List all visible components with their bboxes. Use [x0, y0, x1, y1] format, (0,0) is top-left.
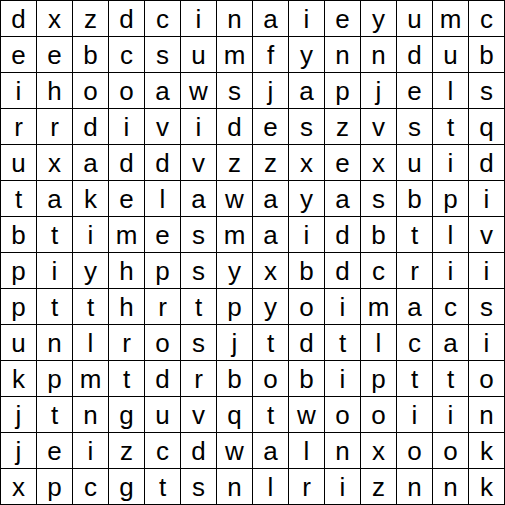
- grid-cell-r9c2[interactable]: t: [37, 289, 72, 324]
- grid-cell-r6c6[interactable]: a: [181, 181, 216, 216]
- grid-cell-r4c8[interactable]: e: [253, 109, 288, 144]
- grid-cell-r3c8[interactable]: j: [253, 73, 288, 108]
- grid-cell-r4c7[interactable]: d: [217, 109, 252, 144]
- grid-cell-r12c12[interactable]: i: [397, 397, 432, 432]
- grid-cell-r5c6[interactable]: v: [181, 145, 216, 180]
- grid-cell-r9c8[interactable]: y: [253, 289, 288, 324]
- grid-cell-r6c4[interactable]: e: [109, 181, 144, 216]
- grid-cell-r13c3[interactable]: i: [73, 433, 108, 468]
- grid-cell-r10c5[interactable]: o: [145, 325, 180, 360]
- grid-cell-r6c10[interactable]: a: [325, 181, 360, 216]
- grid-cell-r7c9[interactable]: i: [289, 217, 324, 252]
- grid-cell-r11c8[interactable]: o: [253, 361, 288, 396]
- grid-cell-r12c5[interactable]: u: [145, 397, 180, 432]
- grid-cell-r12c11[interactable]: o: [361, 397, 396, 432]
- grid-cell-r7c4[interactable]: m: [109, 217, 144, 252]
- grid-cell-r13c11[interactable]: x: [361, 433, 396, 468]
- grid-cell-r3c1[interactable]: i: [1, 73, 36, 108]
- grid-cell-r6c5[interactable]: l: [145, 181, 180, 216]
- grid-cell-r8c4[interactable]: h: [109, 253, 144, 288]
- grid-cell-r12c6[interactable]: v: [181, 397, 216, 432]
- grid-cell-r14c6[interactable]: s: [181, 469, 216, 504]
- grid-cell-r8c10[interactable]: d: [325, 253, 360, 288]
- grid-cell-r2c5[interactable]: s: [145, 37, 180, 72]
- grid-cell-r13c6[interactable]: d: [181, 433, 216, 468]
- grid-cell-r12c14[interactable]: n: [469, 397, 504, 432]
- grid-cell-r3c2[interactable]: h: [37, 73, 72, 108]
- grid-cell-r3c11[interactable]: j: [361, 73, 396, 108]
- grid-cell-r14c12[interactable]: n: [397, 469, 432, 504]
- grid-cell-r6c3[interactable]: k: [73, 181, 108, 216]
- grid-cell-r2c3[interactable]: b: [73, 37, 108, 72]
- grid-cell-r10c13[interactable]: a: [433, 325, 468, 360]
- grid-cell-r10c9[interactable]: d: [289, 325, 324, 360]
- grid-cell-r9c11[interactable]: m: [361, 289, 396, 324]
- grid-cell-r7c3[interactable]: i: [73, 217, 108, 252]
- grid-cell-r14c5[interactable]: t: [145, 469, 180, 504]
- grid-cell-r5c7[interactable]: z: [217, 145, 252, 180]
- word-search-puzzle: dxzdcinaieyumceebcsumfynndubihooawsjapje…: [0, 0, 505, 505]
- grid-cell-r14c11[interactable]: z: [361, 469, 396, 504]
- grid-cell-r12c13[interactable]: i: [433, 397, 468, 432]
- grid-cell-r9c1[interactable]: p: [1, 289, 36, 324]
- grid-cell-r5c3[interactable]: a: [73, 145, 108, 180]
- grid-cell-r9c12[interactable]: a: [397, 289, 432, 324]
- grid-cell-r1c4[interactable]: d: [109, 1, 144, 36]
- grid-cell-r2c10[interactable]: n: [325, 37, 360, 72]
- grid-cell-r1c14[interactable]: c: [469, 1, 504, 36]
- grid-cell-r13c8[interactable]: a: [253, 433, 288, 468]
- grid-cell-r11c14[interactable]: o: [469, 361, 504, 396]
- grid-cell-r6c8[interactable]: a: [253, 181, 288, 216]
- grid-cell-r5c8[interactable]: z: [253, 145, 288, 180]
- grid-cell-r13c7[interactable]: w: [217, 433, 252, 468]
- grid-cell-r2c2[interactable]: e: [37, 37, 72, 72]
- grid-cell-r10c8[interactable]: t: [253, 325, 288, 360]
- grid-cell-r7c12[interactable]: t: [397, 217, 432, 252]
- grid-cell-r12c7[interactable]: q: [217, 397, 252, 432]
- grid-cell-r8c1[interactable]: p: [1, 253, 36, 288]
- grid-cell-r8c8[interactable]: x: [253, 253, 288, 288]
- grid-cell-r4c5[interactable]: v: [145, 109, 180, 144]
- grid-cell-r10c6[interactable]: s: [181, 325, 216, 360]
- grid-cell-r11c5[interactable]: d: [145, 361, 180, 396]
- grid-cell-r7c5[interactable]: e: [145, 217, 180, 252]
- grid-cell-r6c7[interactable]: w: [217, 181, 252, 216]
- grid-cell-r8c14[interactable]: i: [469, 253, 504, 288]
- grid-cell-r13c12[interactable]: o: [397, 433, 432, 468]
- grid-cell-r12c4[interactable]: g: [109, 397, 144, 432]
- grid-cell-r3c12[interactable]: e: [397, 73, 432, 108]
- grid-cell-r7c13[interactable]: l: [433, 217, 468, 252]
- grid-cell-r9c7[interactable]: p: [217, 289, 252, 324]
- grid-cell-r7c11[interactable]: b: [361, 217, 396, 252]
- grid-cell-r12c10[interactable]: o: [325, 397, 360, 432]
- grid-cell-r9c14[interactable]: s: [469, 289, 504, 324]
- grid-cell-r2c4[interactable]: c: [109, 37, 144, 72]
- grid-cell-r10c10[interactable]: t: [325, 325, 360, 360]
- grid-cell-r8c9[interactable]: b: [289, 253, 324, 288]
- grid-cell-r2c7[interactable]: m: [217, 37, 252, 72]
- grid-cell-r3c10[interactable]: p: [325, 73, 360, 108]
- grid-cell-r6c9[interactable]: y: [289, 181, 324, 216]
- grid-cell-r4c2[interactable]: r: [37, 109, 72, 144]
- grid-cell-r10c7[interactable]: j: [217, 325, 252, 360]
- grid-cell-r3c9[interactable]: a: [289, 73, 324, 108]
- grid-cell-r13c13[interactable]: o: [433, 433, 468, 468]
- grid-cell-r1c12[interactable]: u: [397, 1, 432, 36]
- grid-cell-r8c6[interactable]: s: [181, 253, 216, 288]
- grid-cell-r10c4[interactable]: r: [109, 325, 144, 360]
- grid-cell-r1c10[interactable]: e: [325, 1, 360, 36]
- grid-cell-r7c2[interactable]: t: [37, 217, 72, 252]
- grid-cell-r6c11[interactable]: s: [361, 181, 396, 216]
- grid-cell-r1c2[interactable]: x: [37, 1, 72, 36]
- grid-cell-r8c5[interactable]: p: [145, 253, 180, 288]
- grid-cell-r1c9[interactable]: i: [289, 1, 324, 36]
- grid-cell-r11c12[interactable]: t: [397, 361, 432, 396]
- grid-cell-r12c8[interactable]: t: [253, 397, 288, 432]
- grid-cell-r8c7[interactable]: y: [217, 253, 252, 288]
- grid-cell-r8c11[interactable]: c: [361, 253, 396, 288]
- grid-cell-r7c1[interactable]: b: [1, 217, 36, 252]
- grid-cell-r1c3[interactable]: z: [73, 1, 108, 36]
- grid-cell-r3c6[interactable]: w: [181, 73, 216, 108]
- grid-cell-r9c13[interactable]: c: [433, 289, 468, 324]
- grid-cell-r11c4[interactable]: t: [109, 361, 144, 396]
- grid-cell-r5c13[interactable]: i: [433, 145, 468, 180]
- grid-cell-r9c9[interactable]: o: [289, 289, 324, 324]
- grid-cell-r4c12[interactable]: s: [397, 109, 432, 144]
- grid-cell-r1c13[interactable]: m: [433, 1, 468, 36]
- grid-cell-r14c9[interactable]: r: [289, 469, 324, 504]
- grid-cell-r11c10[interactable]: i: [325, 361, 360, 396]
- grid-cell-r7c7[interactable]: m: [217, 217, 252, 252]
- grid-cell-r9c5[interactable]: r: [145, 289, 180, 324]
- grid-cell-r5c12[interactable]: u: [397, 145, 432, 180]
- grid-cell-r4c13[interactable]: t: [433, 109, 468, 144]
- grid-cell-r14c13[interactable]: n: [433, 469, 468, 504]
- grid-cell-r6c14[interactable]: i: [469, 181, 504, 216]
- grid-cell-r10c3[interactable]: l: [73, 325, 108, 360]
- grid-cell-r11c9[interactable]: b: [289, 361, 324, 396]
- grid-cell-r11c1[interactable]: k: [1, 361, 36, 396]
- grid-cell-r1c6[interactable]: i: [181, 1, 216, 36]
- grid-cell-r9c4[interactable]: h: [109, 289, 144, 324]
- grid-cell-r9c10[interactable]: i: [325, 289, 360, 324]
- grid-cell-r2c13[interactable]: u: [433, 37, 468, 72]
- grid-cell-r14c7[interactable]: n: [217, 469, 252, 504]
- grid-cell-r13c5[interactable]: c: [145, 433, 180, 468]
- grid-cell-r14c14[interactable]: k: [469, 469, 504, 504]
- grid-cell-r10c1[interactable]: u: [1, 325, 36, 360]
- grid-cell-r7c8[interactable]: a: [253, 217, 288, 252]
- word-search-grid: dxzdcinaieyumceebcsumfynndubihooawsjapje…: [0, 0, 505, 505]
- grid-cell-r3c14[interactable]: s: [469, 73, 504, 108]
- grid-cell-r13c10[interactable]: n: [325, 433, 360, 468]
- grid-cell-r12c1[interactable]: j: [1, 397, 36, 432]
- grid-cell-r4c3[interactable]: d: [73, 109, 108, 144]
- grid-cell-r13c9[interactable]: l: [289, 433, 324, 468]
- grid-cell-r10c14[interactable]: i: [469, 325, 504, 360]
- grid-cell-r7c6[interactable]: s: [181, 217, 216, 252]
- grid-cell-r11c7[interactable]: b: [217, 361, 252, 396]
- grid-cell-r7c14[interactable]: v: [469, 217, 504, 252]
- grid-cell-r4c10[interactable]: z: [325, 109, 360, 144]
- grid-cell-r4c9[interactable]: s: [289, 109, 324, 144]
- grid-cell-r2c12[interactable]: d: [397, 37, 432, 72]
- grid-cell-r1c11[interactable]: y: [361, 1, 396, 36]
- grid-cell-r8c3[interactable]: y: [73, 253, 108, 288]
- grid-cell-r5c4[interactable]: d: [109, 145, 144, 180]
- grid-cell-r1c1[interactable]: d: [1, 1, 36, 36]
- grid-cell-r2c14[interactable]: b: [469, 37, 504, 72]
- grid-cell-r9c6[interactable]: t: [181, 289, 216, 324]
- grid-cell-r1c7[interactable]: n: [217, 1, 252, 36]
- grid-cell-r4c6[interactable]: i: [181, 109, 216, 144]
- grid-cell-r2c1[interactable]: e: [1, 37, 36, 72]
- grid-cell-r8c13[interactable]: i: [433, 253, 468, 288]
- grid-cell-r6c13[interactable]: p: [433, 181, 468, 216]
- grid-cell-r3c3[interactable]: o: [73, 73, 108, 108]
- grid-cell-r4c11[interactable]: v: [361, 109, 396, 144]
- grid-cell-r5c5[interactable]: d: [145, 145, 180, 180]
- grid-cell-r14c10[interactable]: i: [325, 469, 360, 504]
- grid-cell-r11c6[interactable]: r: [181, 361, 216, 396]
- grid-cell-r5c14[interactable]: d: [469, 145, 504, 180]
- grid-cell-r1c5[interactable]: c: [145, 1, 180, 36]
- grid-cell-r7c10[interactable]: d: [325, 217, 360, 252]
- grid-cell-r6c2[interactable]: a: [37, 181, 72, 216]
- grid-cell-r3c5[interactable]: a: [145, 73, 180, 108]
- grid-cell-r14c8[interactable]: l: [253, 469, 288, 504]
- grid-cell-r11c3[interactable]: m: [73, 361, 108, 396]
- grid-cell-r6c12[interactable]: b: [397, 181, 432, 216]
- grid-cell-r2c8[interactable]: f: [253, 37, 288, 72]
- grid-cell-r13c1[interactable]: j: [1, 433, 36, 468]
- grid-cell-r13c14[interactable]: k: [469, 433, 504, 468]
- grid-cell-r12c2[interactable]: t: [37, 397, 72, 432]
- grid-cell-r6c1[interactable]: t: [1, 181, 36, 216]
- grid-cell-r4c14[interactable]: q: [469, 109, 504, 144]
- grid-cell-r5c9[interactable]: x: [289, 145, 324, 180]
- grid-cell-r12c9[interactable]: w: [289, 397, 324, 432]
- grid-cell-r13c2[interactable]: e: [37, 433, 72, 468]
- grid-cell-r13c4[interactable]: z: [109, 433, 144, 468]
- grid-cell-r3c7[interactable]: s: [217, 73, 252, 108]
- grid-cell-r14c3[interactable]: c: [73, 469, 108, 504]
- grid-cell-r3c4[interactable]: o: [109, 73, 144, 108]
- grid-cell-r10c11[interactable]: l: [361, 325, 396, 360]
- grid-cell-r8c12[interactable]: r: [397, 253, 432, 288]
- grid-cell-r12c3[interactable]: n: [73, 397, 108, 432]
- grid-cell-r14c2[interactable]: p: [37, 469, 72, 504]
- grid-cell-r8c2[interactable]: i: [37, 253, 72, 288]
- grid-cell-r9c3[interactable]: t: [73, 289, 108, 324]
- grid-cell-r5c1[interactable]: u: [1, 145, 36, 180]
- grid-cell-r4c1[interactable]: r: [1, 109, 36, 144]
- grid-cell-r5c2[interactable]: x: [37, 145, 72, 180]
- grid-cell-r3c13[interactable]: l: [433, 73, 468, 108]
- grid-cell-r5c10[interactable]: e: [325, 145, 360, 180]
- grid-cell-r14c1[interactable]: x: [1, 469, 36, 504]
- grid-cell-r1c8[interactable]: a: [253, 1, 288, 36]
- grid-cell-r2c9[interactable]: y: [289, 37, 324, 72]
- grid-cell-r11c13[interactable]: t: [433, 361, 468, 396]
- grid-cell-r10c12[interactable]: c: [397, 325, 432, 360]
- grid-cell-r2c6[interactable]: u: [181, 37, 216, 72]
- grid-cell-r5c11[interactable]: x: [361, 145, 396, 180]
- grid-cell-r11c11[interactable]: p: [361, 361, 396, 396]
- grid-cell-r2c11[interactable]: n: [361, 37, 396, 72]
- grid-cell-r10c2[interactable]: n: [37, 325, 72, 360]
- grid-cell-r14c4[interactable]: g: [109, 469, 144, 504]
- grid-cell-r11c2[interactable]: p: [37, 361, 72, 396]
- grid-cell-r4c4[interactable]: i: [109, 109, 144, 144]
